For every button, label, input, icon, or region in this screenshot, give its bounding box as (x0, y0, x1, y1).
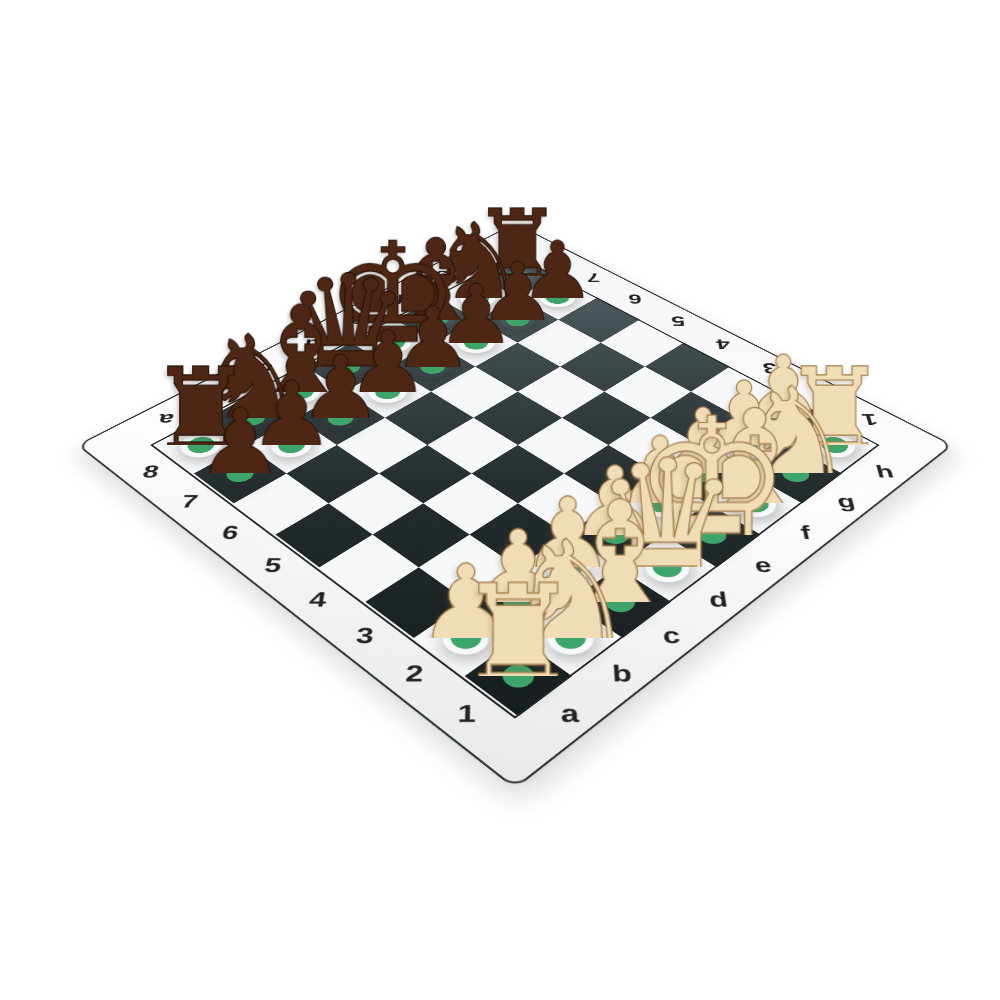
pieces-layer: ♜♞♝♛♚♝♞♜♟♟♟♟♟♟♟♟♟♟♟♟♟♟♟♟♜♞♝♛♚♝♞♜ (79, 224, 950, 786)
photo-scene: aabbccddeeffgghh1122334455667788 ♜♞♝♛♚♝♞… (0, 0, 1000, 1000)
piece-glyph: ♟ (196, 396, 284, 494)
chess-mat: aabbccddeeffgghh1122334455667788 ♜♞♝♛♚♝♞… (77, 223, 954, 789)
piece-white-rook-a1: ♜ (418, 536, 619, 676)
piece-black-pawn-a7: ♟ (153, 375, 327, 473)
